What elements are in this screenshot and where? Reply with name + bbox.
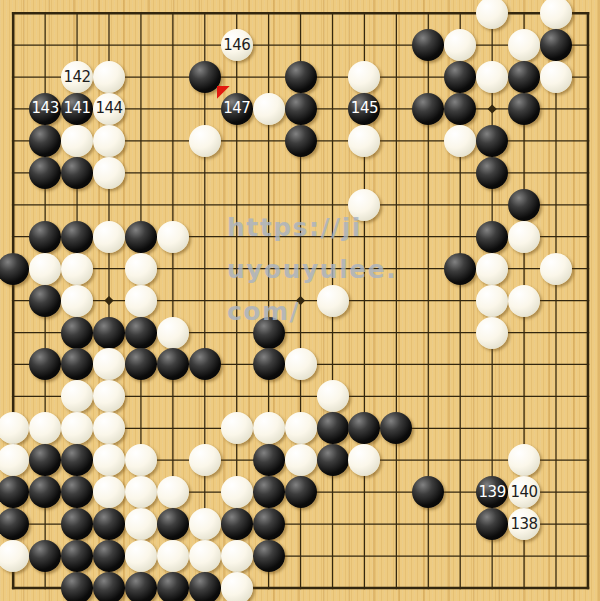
stone-black (476, 157, 508, 189)
stone-black (317, 444, 349, 476)
star-point (488, 104, 497, 113)
stone-white (93, 476, 125, 508)
stone-black (29, 125, 61, 157)
stone-white (285, 412, 317, 444)
stone-black (29, 285, 61, 317)
stone-black (285, 61, 317, 93)
stone-black (93, 572, 125, 601)
stone-black (317, 412, 349, 444)
stone-black (508, 93, 540, 125)
go-diagram: 146142143141144147145139140138 https://j… (0, 0, 600, 601)
stone-white (93, 61, 125, 93)
stone-white (189, 540, 221, 572)
stone-black (508, 189, 540, 221)
stone-138: 138 (508, 508, 540, 540)
move-number: 139 (479, 485, 506, 500)
stone-black (61, 572, 93, 601)
move-number: 140 (511, 485, 538, 500)
stone-white (348, 189, 380, 221)
star-point (104, 296, 113, 305)
stone-white (125, 508, 157, 540)
stone-147: 147 (221, 93, 253, 125)
stone-white (508, 29, 540, 61)
stone-black (93, 540, 125, 572)
stone-black (253, 476, 285, 508)
stone-black (61, 540, 93, 572)
move-number: 144 (95, 101, 122, 116)
stone-white (61, 125, 93, 157)
stone-white (253, 93, 285, 125)
stone-white (125, 285, 157, 317)
stone-white (93, 221, 125, 253)
stone-black (125, 317, 157, 349)
stone-white (540, 253, 572, 285)
stone-black (476, 221, 508, 253)
move-number: 143 (32, 101, 59, 116)
stone-black (285, 125, 317, 157)
move-number: 146 (223, 38, 250, 53)
stone-black (476, 125, 508, 157)
stone-140: 140 (508, 476, 540, 508)
stone-black (93, 508, 125, 540)
stone-white (317, 285, 349, 317)
stone-white (221, 476, 253, 508)
stone-white (157, 476, 189, 508)
stone-black (61, 317, 93, 349)
stone-white (285, 348, 317, 380)
stone-white (189, 508, 221, 540)
stone-black (29, 540, 61, 572)
stone-black (221, 508, 253, 540)
stone-white (157, 540, 189, 572)
stone-white (61, 285, 93, 317)
stone-white (189, 444, 221, 476)
move-number: 142 (63, 70, 90, 85)
stone-146: 146 (221, 29, 253, 61)
stone-144: 144 (93, 93, 125, 125)
stone-white (444, 125, 476, 157)
stone-black (253, 540, 285, 572)
stone-white (476, 253, 508, 285)
stone-white (29, 253, 61, 285)
stone-white (221, 540, 253, 572)
stone-black (540, 29, 572, 61)
stone-black (476, 508, 508, 540)
stone-white (221, 572, 253, 601)
stone-white (125, 444, 157, 476)
stone-white (476, 61, 508, 93)
stone-white (476, 285, 508, 317)
stone-black (157, 572, 189, 601)
stone-black (189, 348, 221, 380)
stone-black (61, 157, 93, 189)
move-number: 147 (223, 101, 250, 116)
stone-black (29, 221, 61, 253)
stone-white (157, 221, 189, 253)
stone-black (61, 476, 93, 508)
stone-white (221, 412, 253, 444)
stone-white (125, 540, 157, 572)
stone-black (253, 508, 285, 540)
stone-black (253, 444, 285, 476)
stone-141: 141 (61, 93, 93, 125)
stone-white (93, 157, 125, 189)
stone-black (285, 93, 317, 125)
stone-black (444, 93, 476, 125)
stone-white (508, 285, 540, 317)
stone-white (93, 444, 125, 476)
stone-black (125, 572, 157, 601)
stone-black (29, 157, 61, 189)
stone-black (61, 508, 93, 540)
stone-white (285, 444, 317, 476)
stone-black (157, 508, 189, 540)
move-number: 141 (63, 101, 90, 116)
stone-white (61, 253, 93, 285)
stone-white (540, 61, 572, 93)
stone-white (317, 380, 349, 412)
stone-black (253, 317, 285, 349)
stone-white (93, 125, 125, 157)
stone-white (157, 317, 189, 349)
stone-black (125, 221, 157, 253)
stone-white (125, 253, 157, 285)
go-board[interactable]: 146142143141144147145139140138 https://j… (0, 0, 600, 601)
stone-black (189, 572, 221, 601)
stone-black (285, 476, 317, 508)
stone-black (189, 61, 221, 93)
stone-white (189, 125, 221, 157)
stone-142: 142 (61, 61, 93, 93)
stone-black (508, 61, 540, 93)
stone-black (93, 317, 125, 349)
star-point (296, 296, 305, 305)
stone-white (476, 317, 508, 349)
stone-black (444, 253, 476, 285)
stone-black (253, 348, 285, 380)
stone-black (61, 221, 93, 253)
move-number: 138 (511, 517, 538, 532)
stone-white (508, 221, 540, 253)
stone-143: 143 (29, 93, 61, 125)
move-number: 145 (351, 101, 378, 116)
stone-white (253, 412, 285, 444)
stone-white (125, 476, 157, 508)
